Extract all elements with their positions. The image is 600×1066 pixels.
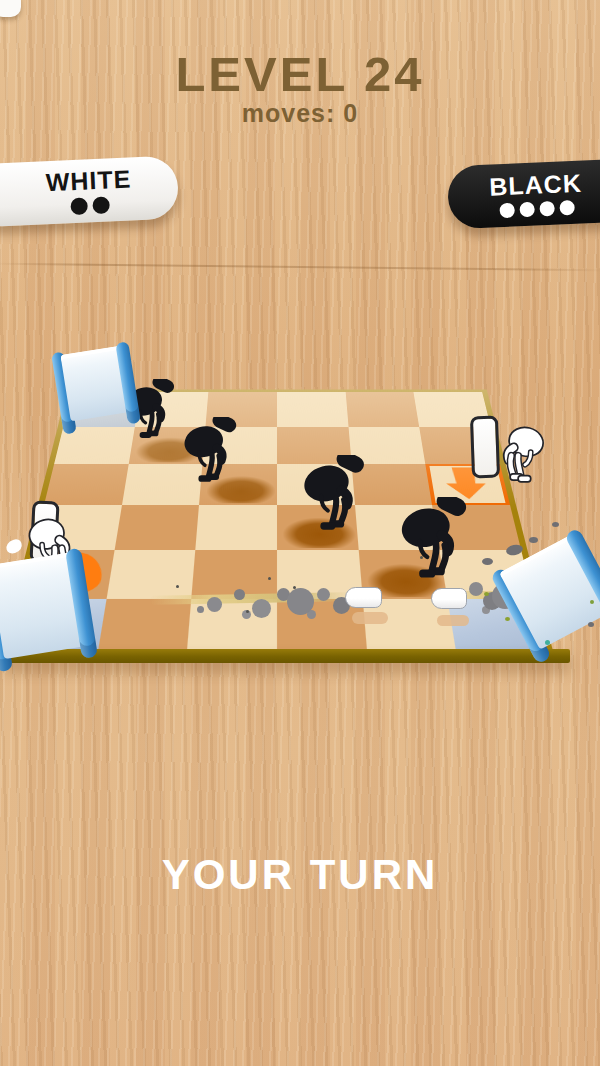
- board-cell-r6c3[interactable]: [187, 599, 277, 653]
- speck: [590, 600, 594, 604]
- speck: [246, 610, 249, 613]
- speck: [268, 577, 271, 580]
- dirt-smudge: [552, 522, 559, 527]
- white-flag: [470, 416, 500, 479]
- piece-count-dot: [499, 202, 515, 218]
- board-scuff-patch: [437, 615, 469, 626]
- game-screen: LEVEL 24 moves: 0 WHITE BLACK: [0, 0, 600, 1066]
- board-cell-r1c5[interactable]: [345, 392, 419, 427]
- white-capsule: [345, 587, 382, 608]
- gate-top-left: [51, 341, 141, 434]
- smoke-cloud: [287, 588, 314, 615]
- level-title: LEVEL 24: [0, 46, 600, 102]
- board-cell-r6c2[interactable]: [97, 599, 191, 653]
- piece-count-dot: [70, 197, 88, 215]
- flag-tuft: [4, 538, 23, 555]
- white-capsule: [431, 588, 467, 609]
- board-cell-r4c3[interactable]: [196, 505, 277, 550]
- board-cell-r5c3[interactable]: [192, 550, 277, 599]
- speck: [505, 617, 510, 621]
- piece-count-dot: [92, 196, 110, 214]
- turn-status: YOUR TURN: [0, 851, 600, 899]
- black-piece-dots: [499, 200, 575, 218]
- black-piece-3[interactable]: [302, 455, 370, 531]
- white-badge-label: WHITE: [45, 166, 132, 196]
- gate-bottom-left: [0, 548, 98, 673]
- piece-count-dot: [559, 200, 575, 216]
- dirt-smudge: [529, 537, 538, 543]
- black-piece-2[interactable]: [182, 417, 242, 483]
- speck: [484, 592, 489, 596]
- piece-count-dot: [539, 200, 555, 216]
- black-badge-label: BLACK: [489, 170, 583, 200]
- piece-count-dot: [519, 201, 535, 217]
- board-cell-r3c1[interactable]: [44, 464, 128, 505]
- speck: [176, 585, 179, 588]
- speck: [545, 640, 550, 645]
- black-player-badge: BLACK: [447, 158, 600, 230]
- board-cell-r1c4[interactable]: [277, 392, 348, 427]
- board-cell-r4c2[interactable]: [114, 505, 199, 550]
- white-piece-dots: [70, 196, 110, 215]
- board-cell-r5c2[interactable]: [106, 550, 195, 599]
- speck: [588, 622, 594, 627]
- moves-counter: moves: 0: [0, 99, 600, 128]
- black-piece-4[interactable]: [399, 497, 473, 579]
- white-player-badge: WHITE: [0, 155, 179, 227]
- board-scuff-patch: [352, 612, 388, 624]
- dirt-smudge: [482, 558, 493, 565]
- speck: [293, 586, 296, 589]
